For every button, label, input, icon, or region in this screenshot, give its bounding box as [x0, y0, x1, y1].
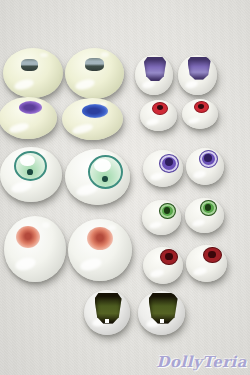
iris-small-violet-2 [188, 57, 211, 80]
specular-dot [40, 53, 48, 58]
pupil [198, 104, 204, 109]
iris-small-violet-1 [144, 57, 166, 81]
gloss-highlight [184, 79, 199, 89]
doll-eye-small-violet-1 [135, 55, 173, 95]
doll-eyes-photo: DollyTeria [0, 0, 250, 375]
doll-eye-small-green-2 [185, 198, 224, 233]
gloss-highlight [192, 170, 206, 180]
doll-eye-small-purple-2 [186, 148, 224, 185]
pupil [157, 105, 163, 110]
glint-highlight [160, 319, 164, 323]
doll-eye-small-darkred-1 [143, 247, 183, 284]
gloss-highlight [192, 266, 207, 276]
pupil [164, 207, 171, 214]
iris-small-green-1 [159, 203, 176, 219]
gloss-highlight [10, 179, 33, 194]
pupil [205, 204, 212, 211]
iris-large-violet [19, 101, 42, 114]
iris-small-purple-2 [199, 150, 218, 168]
iris-large-blue [82, 104, 108, 118]
doll-eye-small-purple-1 [143, 150, 183, 187]
iris-large-coral-2 [87, 227, 113, 250]
doll-eye-large-coral-2 [68, 219, 132, 281]
iris-highlight [20, 155, 35, 166]
doll-eye-large-teal-2 [65, 48, 124, 99]
doll-eye-medium-olive-2 [138, 291, 185, 335]
gloss-highlight [78, 256, 102, 272]
iris-large-green-ring-2 [88, 155, 123, 189]
doll-eye-small-red-2 [182, 99, 218, 129]
gloss-highlight [146, 118, 160, 127]
gloss-highlight [72, 122, 94, 135]
doll-eye-large-blue [62, 98, 123, 140]
gloss-highlight [150, 269, 165, 279]
iris-small-red-1 [152, 102, 168, 115]
glint-highlight [105, 319, 109, 323]
iris-small-darkred-1 [160, 249, 178, 265]
iris-large-teal-1 [21, 59, 38, 71]
gloss-highlight [188, 117, 201, 125]
doll-eye-small-green-1 [142, 200, 181, 235]
doll-eye-small-red-1 [140, 100, 177, 131]
iris-small-green-2 [200, 200, 217, 216]
specular-dot [101, 52, 109, 57]
gloss-highlight [150, 172, 165, 182]
iris-small-red-2 [194, 101, 209, 113]
doll-eye-small-violet-2 [178, 55, 217, 95]
doll-eye-small-darkred-2 [186, 245, 227, 282]
gloss-highlight [191, 218, 205, 228]
pupil [27, 169, 33, 175]
gloss-highlight [9, 121, 30, 133]
gloss-highlight [148, 220, 162, 230]
doll-eye-large-teal-1 [3, 48, 63, 98]
doll-eye-large-green-ring-1 [0, 147, 62, 202]
doll-eye-large-green-ring-2 [65, 149, 130, 205]
gloss-highlight [13, 78, 35, 92]
eye-tray [0, 0, 250, 375]
gloss-highlight [74, 78, 96, 92]
pupil [102, 176, 108, 183]
pupil [208, 251, 216, 258]
iris-large-coral-1 [16, 226, 40, 248]
pupil [165, 158, 173, 166]
gloss-highlight [14, 256, 37, 273]
iris-small-darkred-2 [203, 247, 222, 263]
doll-eye-medium-olive-1 [84, 290, 130, 335]
iris-highlight [94, 159, 110, 172]
pupil [165, 253, 172, 260]
doll-eye-large-coral-1 [4, 216, 66, 282]
iris-large-green-ring-1 [14, 151, 47, 181]
specular-dot [42, 222, 50, 228]
iris-small-purple-1 [159, 154, 179, 173]
iris-large-teal-2 [85, 58, 104, 71]
doll-eye-large-violet [0, 97, 57, 139]
pupil [204, 154, 212, 162]
watermark: DollyTeria [157, 353, 247, 371]
